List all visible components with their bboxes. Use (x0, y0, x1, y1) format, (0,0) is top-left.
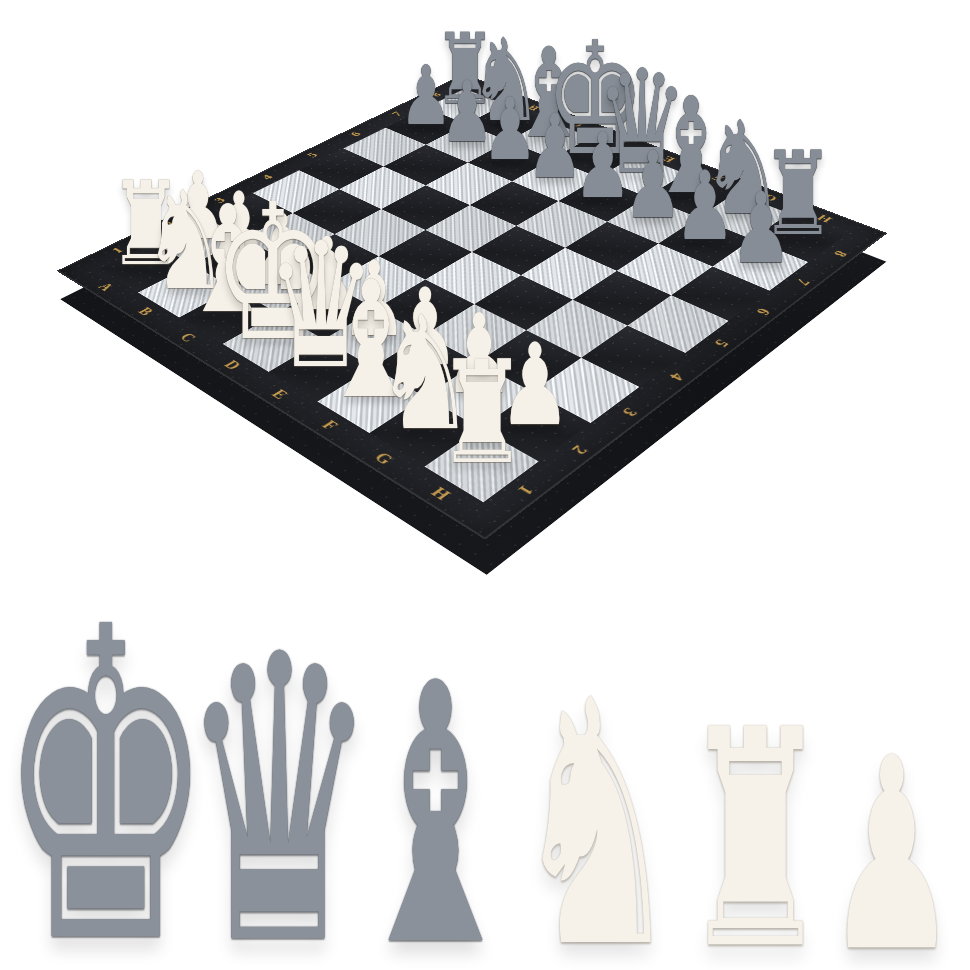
knight-glyph: ♞ (512, 687, 682, 964)
showcase-gray-queen: ♛ (202, 640, 357, 964)
rank-label: 1 (87, 234, 149, 268)
rank-label: 5 (284, 142, 343, 170)
bishop-glyph: ♝ (346, 670, 526, 964)
pawn-glyph: ♟ (825, 747, 958, 964)
product-photo: ABCDEFGH ABCDEFGH 87654321 87654321 ♜♞♝♚… (0, 0, 970, 970)
board-grid (99, 89, 845, 503)
showcase-white-knight: ♞ (514, 687, 679, 964)
showcase-white-rook: ♜ (688, 718, 823, 964)
board-scene: ABCDEFGH ABCDEFGH 87654321 87654321 ♜♞♝♚… (0, 0, 970, 545)
chess-board: ABCDEFGH ABCDEFGH 87654321 87654321 (57, 74, 888, 540)
showcase-gray-bishop: ♝ (366, 670, 506, 964)
rook-glyph: ♜ (680, 718, 831, 964)
showcase-pieces-row: ♚♛♝♞♜♟ (0, 534, 970, 964)
board-perspective-wrapper: ABCDEFGH ABCDEFGH 87654321 87654321 (57, 74, 888, 540)
showcase-white-pawn: ♟ (832, 747, 952, 964)
showcase-gray-king: ♚ (18, 611, 193, 964)
